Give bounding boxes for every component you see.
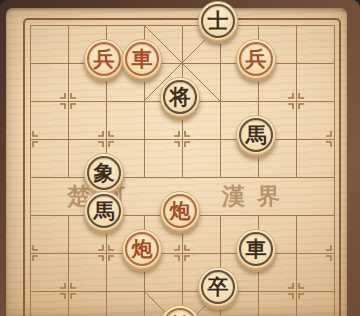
- piece-red-cannon[interactable]: 炮: [160, 191, 200, 231]
- xiangqi-board[interactable]: 楚河 漢界 士兵車兵将馬象馬炮炮車卒帥: [0, 0, 360, 316]
- piece-character: 象: [94, 163, 115, 184]
- piece-red-soldier[interactable]: 兵: [236, 39, 276, 79]
- piece-character: 炮: [170, 201, 191, 222]
- piece-black-general[interactable]: 将: [160, 77, 200, 117]
- piece-black-advisor[interactable]: 士: [198, 1, 238, 41]
- piece-red-cannon[interactable]: 炮: [122, 229, 162, 269]
- grid-lines: [30, 25, 334, 316]
- piece-character: 士: [208, 11, 229, 32]
- piece-character: 卒: [208, 277, 229, 298]
- piece-character: 馬: [246, 125, 267, 146]
- piece-character: 炮: [132, 239, 153, 260]
- piece-character: 車: [132, 49, 153, 70]
- piece-black-soldier[interactable]: 卒: [198, 267, 238, 307]
- board-grid: [0, 0, 360, 316]
- piece-black-elephant[interactable]: 象: [84, 153, 124, 193]
- piece-red-soldier[interactable]: 兵: [84, 39, 124, 79]
- piece-character: 将: [170, 87, 191, 108]
- piece-black-horse[interactable]: 馬: [84, 191, 124, 231]
- piece-black-chariot[interactable]: 車: [236, 229, 276, 269]
- piece-character: 兵: [246, 49, 267, 70]
- piece-character: 兵: [94, 49, 115, 70]
- river-text-right: 漢界: [210, 181, 292, 212]
- piece-red-chariot[interactable]: 車: [122, 39, 162, 79]
- piece-character: 車: [246, 239, 267, 260]
- piece-character: 馬: [94, 201, 115, 222]
- piece-black-horse[interactable]: 馬: [236, 115, 276, 155]
